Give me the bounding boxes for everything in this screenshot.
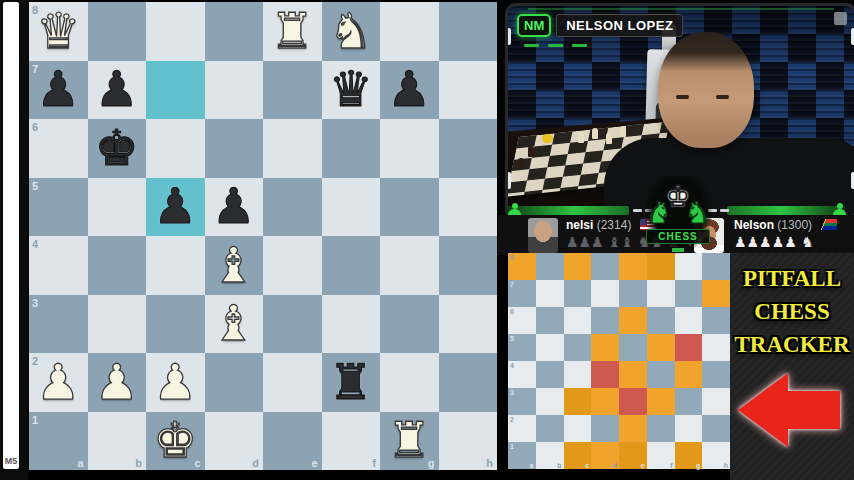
square-f7[interactable]: ♛ — [322, 61, 381, 120]
rank-label: 6 — [32, 121, 38, 133]
square-h2[interactable] — [439, 353, 498, 412]
square-b4[interactable] — [88, 236, 147, 295]
tracker-square-h2 — [702, 415, 730, 442]
square-d4[interactable]: ♝ — [205, 236, 264, 295]
player-name: Nelson — [734, 218, 774, 232]
black-pawn[interactable]: ♟ — [380, 61, 439, 120]
square-h7[interactable] — [439, 61, 498, 120]
tracker-square-e5 — [619, 334, 647, 361]
black-rook[interactable]: ♜ — [322, 353, 381, 412]
stream-screenshot: M5 8♛♜♞7♟♟♛♟6♚5♟♟4♝3♝2♟♟♟♜1abc♚defg♜h — [0, 0, 854, 480]
white-pawn[interactable]: ♟ — [88, 353, 147, 412]
white-queen[interactable]: ♛ — [29, 2, 88, 61]
square-b5[interactable] — [88, 178, 147, 237]
tracker-file-label: g — [696, 462, 700, 469]
player-card-black: Nelson (1300) ♟♟♟♟♟ ♞ — [694, 217, 854, 255]
tracker-square-b1: b — [536, 442, 564, 469]
green-accent-bar-left — [507, 206, 629, 215]
stream-overlay-panel: NM NELSON LOPEZ ♞ ♞ ♚ CHESS — [498, 0, 854, 480]
square-f3[interactable] — [322, 295, 381, 354]
left-arrow-icon — [738, 373, 844, 447]
white-rook[interactable]: ♜ — [263, 2, 322, 61]
tracker-square-c8 — [564, 253, 592, 280]
black-queen[interactable]: ♛ — [322, 61, 381, 120]
square-e6[interactable] — [263, 119, 322, 178]
white-bishop[interactable]: ♝ — [205, 236, 264, 295]
tracker-square-g4 — [675, 361, 703, 388]
tracker-square-c1: c — [564, 442, 592, 469]
square-d7[interactable] — [205, 61, 264, 120]
tracker-square-b4 — [536, 361, 564, 388]
tracker-square-d2 — [591, 415, 619, 442]
square-e1[interactable]: e — [263, 412, 322, 471]
tracker-square-g8 — [675, 253, 703, 280]
square-h1[interactable]: h — [439, 412, 498, 471]
rank-label: 4 — [32, 238, 38, 250]
promo-line-3: TRACKER — [730, 328, 854, 361]
file-label: d — [252, 457, 259, 469]
tracker-square-g2 — [675, 415, 703, 442]
black-king[interactable]: ♚ — [88, 119, 147, 178]
tracker-square-b2 — [536, 415, 564, 442]
chess-piece-figurine — [592, 128, 598, 139]
chess-piece-figurine — [518, 158, 524, 169]
square-e7[interactable] — [263, 61, 322, 120]
title-badge: NM — [517, 14, 551, 37]
square-f1[interactable]: f — [322, 412, 381, 471]
square-h3[interactable] — [439, 295, 498, 354]
tracker-square-b8 — [536, 253, 564, 280]
square-c5[interactable]: ♟ — [146, 178, 205, 237]
streamer-head — [658, 32, 754, 148]
tracker-square-h4 — [702, 361, 730, 388]
tracker-square-h6 — [702, 307, 730, 334]
evaluation-bar: M5 — [3, 2, 19, 469]
square-a8[interactable]: 8♛ — [29, 2, 88, 61]
tracker-square-c6 — [564, 307, 592, 334]
tracker-square-d1: d — [591, 442, 619, 469]
captured-pieces: ♟♟♟♟♟ ♞ — [734, 234, 814, 250]
tracker-rank-label: 5 — [510, 335, 514, 342]
square-c8[interactable] — [146, 2, 205, 61]
square-a5[interactable]: 5 — [29, 178, 88, 237]
tracker-square-e4 — [619, 361, 647, 388]
promo-column: PITFALL CHESS TRACKER — [730, 253, 854, 480]
square-g4[interactable] — [380, 236, 439, 295]
chess-piece-figurine — [528, 146, 534, 157]
player-rating: (1300) — [777, 218, 812, 232]
logo-dash — [672, 248, 684, 252]
square-g7[interactable]: ♟ — [380, 61, 439, 120]
square-f8[interactable]: ♞ — [322, 2, 381, 61]
green-glow-line — [528, 8, 834, 10]
tracker-square-e2 — [619, 415, 647, 442]
tracker-square-f1: f — [647, 442, 675, 469]
square-b8[interactable] — [88, 2, 147, 61]
tracker-square-a5: 5 — [508, 334, 536, 361]
tracker-square-g1: g — [675, 442, 703, 469]
avatar — [528, 218, 558, 253]
square-g8[interactable] — [380, 2, 439, 61]
square-b7[interactable]: ♟ — [88, 61, 147, 120]
square-d2[interactable] — [205, 353, 264, 412]
tracker-file-label: h — [724, 462, 728, 469]
square-b2[interactable]: ♟ — [88, 353, 147, 412]
file-label: a — [77, 457, 83, 469]
tracker-rank-label: 2 — [510, 416, 514, 423]
white-pawn[interactable]: ♟ — [29, 353, 88, 412]
square-e5[interactable] — [263, 178, 322, 237]
eye — [676, 95, 689, 99]
chess-board[interactable]: 8♛♜♞7♟♟♛♟6♚5♟♟4♝3♝2♟♟♟♜1abc♚defg♜h — [29, 2, 497, 470]
promo-line-1: PITFALL — [730, 262, 854, 295]
square-d8[interactable] — [205, 2, 264, 61]
tracker-square-g3 — [675, 388, 703, 415]
tracker-file-label: b — [557, 462, 561, 469]
square-f5[interactable] — [322, 178, 381, 237]
tracker-square-a2: 2 — [508, 415, 536, 442]
logo-text: CHESS — [646, 229, 710, 244]
king-icon: ♚ — [665, 182, 692, 212]
tracker-square-d8 — [591, 253, 619, 280]
tracker-square-c7 — [564, 280, 592, 307]
rank-label: 1 — [32, 414, 38, 426]
tracker-rank-label: 3 — [510, 389, 514, 396]
square-e4[interactable] — [263, 236, 322, 295]
camera-icon — [834, 12, 847, 25]
green-dash — [524, 44, 539, 47]
black-pawn[interactable]: ♟ — [146, 178, 205, 237]
black-pawn[interactable]: ♟ — [29, 61, 88, 120]
tracker-file-label: e — [641, 462, 645, 469]
tracker-square-e7 — [619, 280, 647, 307]
tracker-square-a1: 1a — [508, 442, 536, 469]
tracker-square-a7: 7 — [508, 280, 536, 307]
square-d5[interactable]: ♟ — [205, 178, 264, 237]
square-d6[interactable] — [205, 119, 264, 178]
green-accent-bar-right — [727, 206, 845, 215]
tracker-square-g5 — [675, 334, 703, 361]
white-king[interactable]: ♚ — [146, 412, 205, 471]
eye — [716, 95, 729, 99]
square-b3[interactable] — [88, 295, 147, 354]
tracker-square-a4: 4 — [508, 361, 536, 388]
tracker-rank-label: 6 — [510, 308, 514, 315]
square-g1[interactable]: g♜ — [380, 412, 439, 471]
square-a4[interactable]: 4 — [29, 236, 88, 295]
tracker-square-d4 — [591, 361, 619, 388]
tracker-square-f2 — [647, 415, 675, 442]
tracker-square-a8: 8 — [508, 253, 536, 280]
streamer-name: NELSON LOPEZ — [556, 14, 683, 37]
black-pawn[interactable]: ♟ — [205, 178, 264, 237]
tracker-square-f4 — [647, 361, 675, 388]
square-c1[interactable]: c♚ — [146, 412, 205, 471]
tracker-square-f5 — [647, 334, 675, 361]
square-h6[interactable] — [439, 119, 498, 178]
channel-logo: ♞ ♞ ♚ CHESS — [644, 176, 712, 254]
square-g5[interactable] — [380, 178, 439, 237]
tracker-square-b5 — [536, 334, 564, 361]
square-b6[interactable]: ♚ — [88, 119, 147, 178]
tracker-square-f6 — [647, 307, 675, 334]
rank-label: 3 — [32, 297, 38, 309]
square-a1[interactable]: 1a — [29, 412, 88, 471]
square-e3[interactable] — [263, 295, 322, 354]
tracker-square-h7 — [702, 280, 730, 307]
square-f6[interactable] — [322, 119, 381, 178]
tracker-square-c4 — [564, 361, 592, 388]
tracker-square-a6: 6 — [508, 307, 536, 334]
promo-line-2: CHESS — [730, 295, 854, 328]
tracker-square-e6 — [619, 307, 647, 334]
tracker-square-g7 — [675, 280, 703, 307]
tracker-square-a3: 3 — [508, 388, 536, 415]
tracker-square-d6 — [591, 307, 619, 334]
tracker-file-label: d — [613, 462, 617, 469]
tracker-file-label: f — [670, 462, 672, 469]
tracker-square-d3 — [591, 388, 619, 415]
tracker-square-f3 — [647, 388, 675, 415]
white-dash — [720, 209, 729, 212]
tracker-square-d7 — [591, 280, 619, 307]
square-b1[interactable]: b — [88, 412, 147, 471]
evaluation-bar-column: M5 — [0, 0, 28, 480]
tracker-square-c3 — [564, 388, 592, 415]
black-pawn[interactable]: ♟ — [88, 61, 147, 120]
tracker-square-h8 — [702, 253, 730, 280]
white-bishop[interactable]: ♝ — [205, 295, 264, 354]
square-c6[interactable] — [146, 119, 205, 178]
tracker-rank-label: 7 — [510, 281, 514, 288]
square-d3[interactable]: ♝ — [205, 295, 264, 354]
square-c2[interactable]: ♟ — [146, 353, 205, 412]
square-f2[interactable]: ♜ — [322, 353, 381, 412]
tracker-file-label: c — [585, 462, 589, 469]
square-c7[interactable] — [146, 61, 205, 120]
square-e8[interactable]: ♜ — [263, 2, 322, 61]
square-g2[interactable] — [380, 353, 439, 412]
tracker-square-e3 — [619, 388, 647, 415]
tracker-square-h3 — [702, 388, 730, 415]
evaluation-label: M5 — [3, 456, 19, 466]
green-dash — [572, 44, 587, 47]
file-label: f — [372, 457, 376, 469]
square-h8[interactable] — [439, 2, 498, 61]
green-dash — [548, 44, 563, 47]
square-c3[interactable] — [146, 295, 205, 354]
tracker-square-b6 — [536, 307, 564, 334]
square-g6[interactable] — [380, 119, 439, 178]
file-label: h — [486, 457, 493, 469]
tracker-file-label: a — [530, 462, 534, 469]
tracker-square-c5 — [564, 334, 592, 361]
frame-light — [507, 172, 511, 189]
square-h5[interactable] — [439, 178, 498, 237]
chess-piece-figurine — [606, 133, 612, 144]
square-h4[interactable] — [439, 236, 498, 295]
tracker-square-e1: e — [619, 442, 647, 469]
square-a3[interactable]: 3 — [29, 295, 88, 354]
square-a2[interactable]: 2♟ — [29, 353, 88, 412]
square-g3[interactable] — [380, 295, 439, 354]
file-label: b — [135, 457, 142, 469]
file-label: e — [311, 457, 317, 469]
tracker-square-h1: h — [702, 442, 730, 469]
chess-piece-figurine — [620, 126, 626, 137]
tracker-rank-label: 4 — [510, 362, 514, 369]
square-d1[interactable]: d — [205, 412, 264, 471]
white-rook[interactable]: ♜ — [380, 412, 439, 471]
square-c4[interactable] — [146, 236, 205, 295]
square-f4[interactable] — [322, 236, 381, 295]
white-dash — [633, 209, 642, 212]
player-name: nelsi — [566, 218, 593, 232]
tracker-square-f7 — [647, 280, 675, 307]
rank-label: 5 — [32, 180, 38, 192]
white-pawn[interactable]: ♟ — [146, 353, 205, 412]
frame-light — [507, 28, 511, 45]
promo-title: PITFALL CHESS TRACKER — [730, 262, 854, 361]
chess-piece-figurine — [578, 132, 584, 143]
pitfall-tracker-board: 87654321abcdefgh — [508, 253, 730, 469]
rubber-duck — [542, 134, 553, 143]
tracker-square-e8 — [619, 253, 647, 280]
square-a6[interactable]: 6 — [29, 119, 88, 178]
tracker-square-b3 — [536, 388, 564, 415]
tracker-square-g6 — [675, 307, 703, 334]
za-flag — [820, 219, 837, 230]
square-a7[interactable]: 7♟ — [29, 61, 88, 120]
tracker-square-b7 — [536, 280, 564, 307]
tracker-rank-label: 8 — [510, 254, 514, 261]
tracker-rank-label: 1 — [510, 443, 514, 450]
tracker-square-h5 — [702, 334, 730, 361]
tracker-square-d5 — [591, 334, 619, 361]
tracker-square-f8 — [647, 253, 675, 280]
white-knight[interactable]: ♞ — [322, 2, 381, 61]
tracker-square-c2 — [564, 415, 592, 442]
player-rating: (2314) — [597, 218, 632, 232]
square-e2[interactable] — [263, 353, 322, 412]
